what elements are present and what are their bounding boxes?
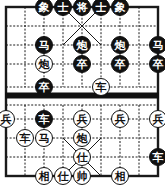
piece-red-soldier-f6r6[interactable]: 兵: [111, 110, 129, 128]
piece-black-cannon-f4r2[interactable]: 炮: [73, 36, 91, 54]
river: [5, 93, 159, 99]
piece-red-horse-f2r7[interactable]: 马: [35, 129, 53, 147]
piece-black-soldier-f4r3[interactable]: 卒: [73, 55, 91, 73]
piece-red-general-f4r9[interactable]: 帅: [73, 167, 91, 185]
piece-red-cannon-f4r7[interactable]: 炮: [73, 129, 91, 147]
piece-black-chariot-f8r8[interactable]: 车: [149, 148, 165, 166]
piece-black-soldier-f8r3[interactable]: 卒: [149, 55, 165, 73]
piece-red-advisor-f4r8[interactable]: 仕: [73, 148, 91, 166]
piece-black-soldier-f2r4[interactable]: 卒: [35, 78, 53, 96]
piece-black-soldier-f6r3[interactable]: 卒: [111, 55, 129, 73]
piece-red-elephant-f6r9[interactable]: 相: [111, 167, 129, 185]
piece-red-cannon-f2r3[interactable]: 炮: [35, 55, 53, 73]
piece-black-horse-f8r2[interactable]: 马: [149, 36, 165, 54]
piece-red-elephant-f2r9[interactable]: 相: [35, 167, 53, 185]
piece-black-chariot-f2r6[interactable]: 车: [35, 110, 53, 128]
piece-black-cannon-f6r2[interactable]: 炮: [111, 36, 129, 54]
piece-red-advisor-f3r9[interactable]: 仕: [54, 167, 72, 185]
piece-red-chariot-f5r4[interactable]: 车: [92, 78, 110, 96]
xiangqi-diagram: 象士将士象马炮炮马炮卒卒卒卒车兵车兵兵兵车马炮仕车相仕帅相: [0, 0, 165, 185]
piece-red-soldier-f4r6[interactable]: 兵: [73, 110, 91, 128]
piece-red-chariot-f1r7[interactable]: 车: [16, 129, 34, 147]
piece-black-horse-f2r2[interactable]: 马: [35, 36, 53, 54]
piece-red-soldier-f8r6[interactable]: 兵: [149, 110, 165, 128]
